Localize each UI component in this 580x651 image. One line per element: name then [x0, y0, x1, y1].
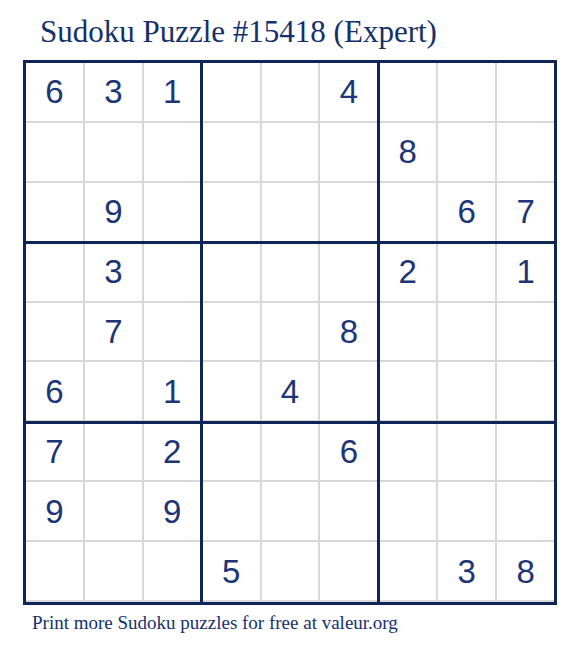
cell-r3c3	[144, 183, 201, 241]
cell-r8c3: 9	[144, 482, 201, 540]
cell-r9c5	[262, 542, 319, 600]
cell-r1c1: 6	[26, 63, 83, 121]
cell-r2c3	[144, 123, 201, 181]
cell-r7c3: 2	[144, 422, 201, 480]
cell-r2c5	[262, 123, 319, 181]
cell-r2c8	[438, 123, 495, 181]
cell-r4c7: 2	[379, 243, 436, 301]
cell-r4c3	[144, 243, 201, 301]
cell-r6c3: 1	[144, 362, 201, 420]
cell-r7c4	[203, 422, 260, 480]
cell-r3c8: 6	[438, 183, 495, 241]
box-divider-vertical-right	[377, 63, 380, 602]
cell-r3c5	[262, 183, 319, 241]
cell-r4c1	[26, 243, 83, 301]
cell-r6c5: 4	[262, 362, 319, 420]
cell-r3c7	[379, 183, 436, 241]
cell-r5c3	[144, 303, 201, 361]
cell-r7c5	[262, 422, 319, 480]
box-divider-horizontal-top	[26, 241, 554, 244]
cell-r5c4	[203, 303, 260, 361]
cell-r9c4: 5	[203, 542, 260, 600]
sudoku-grid: 631489673217861472699538	[26, 63, 554, 602]
cell-r6c1: 6	[26, 362, 83, 420]
box-divider-horizontal-bottom	[26, 421, 554, 424]
cell-r5c1	[26, 303, 83, 361]
sudoku-page: Sudoku Puzzle #15418 (Expert) 6314896732…	[0, 0, 580, 651]
cell-r2c6	[320, 123, 377, 181]
footer-text: Print more Sudoku puzzles for free at va…	[32, 612, 398, 634]
cell-r9c3	[144, 542, 201, 600]
cell-r3c2: 9	[85, 183, 142, 241]
cell-r3c1	[26, 183, 83, 241]
cell-r7c9	[497, 422, 554, 480]
page-title: Sudoku Puzzle #15418 (Expert)	[40, 14, 437, 50]
cell-r4c4	[203, 243, 260, 301]
cell-r6c6	[320, 362, 377, 420]
cell-r9c8: 3	[438, 542, 495, 600]
cell-r6c8	[438, 362, 495, 420]
cell-r9c2	[85, 542, 142, 600]
cell-r5c2: 7	[85, 303, 142, 361]
cell-r6c2	[85, 362, 142, 420]
sudoku-grid-container: 631489673217861472699538	[23, 60, 557, 605]
cell-r9c6	[320, 542, 377, 600]
cell-r2c2	[85, 123, 142, 181]
cell-r1c6: 4	[320, 63, 377, 121]
cell-r6c7	[379, 362, 436, 420]
cell-r7c6: 6	[320, 422, 377, 480]
cell-r5c5	[262, 303, 319, 361]
cell-r1c5	[262, 63, 319, 121]
cell-r3c6	[320, 183, 377, 241]
cell-r7c7	[379, 422, 436, 480]
cell-r3c4	[203, 183, 260, 241]
cell-r5c7	[379, 303, 436, 361]
cell-r8c9	[497, 482, 554, 540]
cell-r8c5	[262, 482, 319, 540]
cell-r4c5	[262, 243, 319, 301]
cell-r5c6: 8	[320, 303, 377, 361]
cell-r2c1	[26, 123, 83, 181]
cell-r3c9: 7	[497, 183, 554, 241]
cell-r5c8	[438, 303, 495, 361]
cell-r2c4	[203, 123, 260, 181]
cell-r1c9	[497, 63, 554, 121]
cell-r8c1: 9	[26, 482, 83, 540]
cell-r9c7	[379, 542, 436, 600]
cell-r9c9: 8	[497, 542, 554, 600]
cell-r1c8	[438, 63, 495, 121]
cell-r6c4	[203, 362, 260, 420]
cell-r6c9	[497, 362, 554, 420]
cell-r8c8	[438, 482, 495, 540]
cell-r8c7	[379, 482, 436, 540]
cell-r2c9	[497, 123, 554, 181]
cell-r7c2	[85, 422, 142, 480]
cell-r2c7: 8	[379, 123, 436, 181]
cell-r7c1: 7	[26, 422, 83, 480]
cell-r1c7	[379, 63, 436, 121]
cell-r4c9: 1	[497, 243, 554, 301]
cell-r1c3: 1	[144, 63, 201, 121]
box-divider-vertical-left	[200, 63, 203, 602]
cell-r9c1	[26, 542, 83, 600]
cell-r4c8	[438, 243, 495, 301]
cell-r5c9	[497, 303, 554, 361]
cell-r8c6	[320, 482, 377, 540]
cell-r7c8	[438, 422, 495, 480]
cell-r1c2: 3	[85, 63, 142, 121]
cell-r8c2	[85, 482, 142, 540]
cell-r4c6	[320, 243, 377, 301]
cell-r4c2: 3	[85, 243, 142, 301]
cell-r8c4	[203, 482, 260, 540]
cell-r1c4	[203, 63, 260, 121]
